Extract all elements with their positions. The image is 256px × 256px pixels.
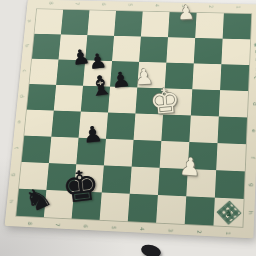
coord-right-f: f <box>250 157 256 159</box>
coord-top-1: 1 <box>235 6 240 9</box>
square-c2[interactable] <box>192 63 221 90</box>
coord-bottom-1: 1 <box>225 232 231 236</box>
white-pawn-g2[interactable]: ♟ <box>190 181 212 209</box>
coord-top-2: 2 <box>208 5 213 8</box>
square-f1[interactable]: f <box>216 143 246 171</box>
square-d2[interactable] <box>191 89 220 116</box>
table-background: 8a7654321abbccddeeffgg8h7654321h♞ ❋ CHES… <box>0 0 256 256</box>
white-pawn-glyph: ♟ <box>178 152 201 181</box>
coord-top-5: 5 <box>127 3 132 6</box>
coord-left-b: b <box>24 44 29 48</box>
coord-right-g: g <box>248 184 254 188</box>
square-a7[interactable]: 7 <box>61 10 90 35</box>
black-bishop-glyph: ♝ <box>87 68 115 102</box>
coord-bottom-2: 2 <box>196 230 202 234</box>
coord-top-7: 7 <box>74 2 79 5</box>
coord-right-c: c <box>253 77 256 80</box>
square-e8[interactable]: e <box>24 110 53 137</box>
square-d1[interactable]: d <box>219 90 248 117</box>
square-g4[interactable] <box>130 167 160 195</box>
coord-left-d: d <box>19 95 24 99</box>
coord-left-a: a <box>27 19 32 23</box>
square-a4[interactable]: 4 <box>141 12 170 38</box>
coord-left-e: e <box>16 120 21 124</box>
coord-left-f: f <box>13 147 18 149</box>
square-b8[interactable]: b <box>32 34 61 60</box>
coord-right-d: d <box>252 103 256 106</box>
coord-bottom-3: 3 <box>167 229 173 233</box>
square-a1[interactable]: 1a <box>223 13 252 39</box>
square-a8[interactable]: 8a <box>34 9 63 34</box>
black-king-glyph: ♚ <box>59 160 102 213</box>
knight-logo-icon: ♞ <box>224 206 234 218</box>
coord-right-a: a <box>255 25 256 28</box>
coord-bottom-4: 4 <box>139 227 145 231</box>
coord-left-h: h <box>8 200 14 204</box>
square-d7[interactable] <box>54 85 83 112</box>
square-g1[interactable]: g <box>215 170 245 199</box>
square-b4[interactable] <box>139 37 168 63</box>
white-pawn-glyph: ♟ <box>177 1 195 24</box>
square-b1[interactable]: b <box>221 39 250 65</box>
captured-piece[interactable] <box>140 243 162 256</box>
square-h4[interactable]: 4 <box>128 194 158 223</box>
white-pawn-a3[interactable]: ♟ <box>186 23 203 45</box>
square-e7[interactable] <box>51 111 80 138</box>
square-a5[interactable]: 5 <box>114 11 143 37</box>
square-c8[interactable]: c <box>29 59 58 85</box>
coord-left-c: c <box>21 69 26 72</box>
square-c1[interactable]: c <box>220 64 249 91</box>
black-bishop-d6[interactable]: ♝ <box>101 101 125 132</box>
coord-top-4: 4 <box>154 4 159 7</box>
black-pawn-glyph: ♟ <box>82 121 104 148</box>
square-f8[interactable]: f <box>22 136 52 163</box>
brand-text: CHESS <box>250 52 256 77</box>
square-f4[interactable] <box>132 140 162 168</box>
black-knight-h8[interactable]: ♞ <box>38 216 64 250</box>
square-h3[interactable]: 3 <box>156 195 186 224</box>
coord-top-8: 8 <box>48 2 53 5</box>
coord-bottom-8: 8 <box>27 222 33 226</box>
corner-knight-logo: ♞ <box>217 201 239 223</box>
chess-board: 8a7654321abbccddeeffgg8h7654321h♞ <box>16 9 251 227</box>
coord-top-6: 6 <box>101 3 106 6</box>
coord-left-g: g <box>11 173 17 177</box>
square-b5[interactable] <box>112 36 141 62</box>
coord-right-h: h <box>247 211 253 215</box>
black-king-h6[interactable]: ♚ <box>81 211 119 256</box>
square-a6[interactable]: 6 <box>87 10 116 35</box>
brand-logo-icon: ❋ <box>254 43 256 49</box>
square-h1[interactable]: 1h♞ <box>213 198 243 227</box>
white-king-glyph: ♚ <box>148 80 182 123</box>
square-f7[interactable] <box>49 137 79 165</box>
square-e1[interactable]: e <box>218 116 247 144</box>
coord-right-e: e <box>251 129 256 132</box>
square-d8[interactable]: d <box>27 84 56 111</box>
